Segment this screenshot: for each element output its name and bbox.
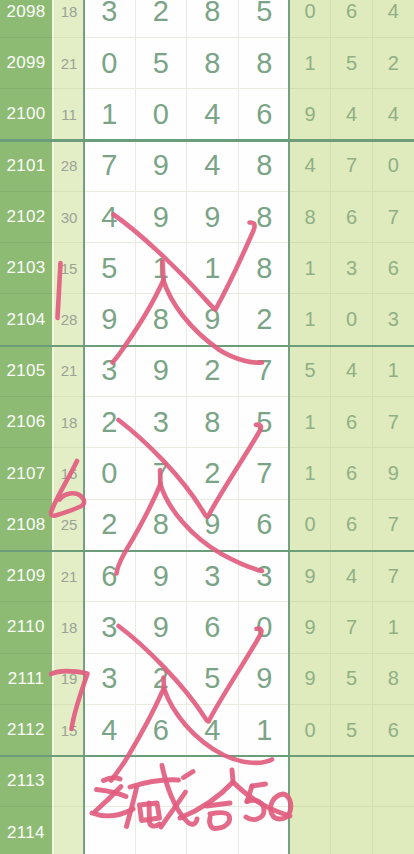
period-cell: 2107 xyxy=(0,448,52,499)
digit-cell: 0 xyxy=(84,448,136,499)
digit-cell: 8 xyxy=(187,0,239,38)
digit-cell: 7 xyxy=(239,346,291,397)
extra-cell: 7 xyxy=(373,192,414,243)
digit-cell: 8 xyxy=(136,500,188,551)
extra-cell: 5 xyxy=(331,38,372,89)
digit-cell: 6 xyxy=(187,602,239,653)
digit-cell: 9 xyxy=(84,294,136,345)
extra-cell: 9 xyxy=(290,602,331,653)
digit-cell: 9 xyxy=(187,294,239,345)
digit-cell: 2 xyxy=(136,654,188,705)
sum-cell: 21 xyxy=(52,38,84,89)
digit-cell: 6 xyxy=(84,551,136,602)
digit-cell xyxy=(84,807,136,854)
extra-cell xyxy=(331,807,372,854)
digit-cell: 2 xyxy=(136,0,188,38)
extra-cell: 0 xyxy=(290,705,331,756)
extra-cell: 9 xyxy=(290,551,331,602)
digit-cell xyxy=(187,756,239,807)
digit-cell: 6 xyxy=(136,705,188,756)
digit-cell: 1 xyxy=(187,243,239,294)
sum-cell: 30 xyxy=(52,192,84,243)
digit-cell: 5 xyxy=(239,397,291,448)
digit-cell: 4 xyxy=(187,705,239,756)
digit-cell: 5 xyxy=(84,243,136,294)
extra-cell: 7 xyxy=(331,141,372,192)
digit-cell: 9 xyxy=(136,141,188,192)
digit-cell: 6 xyxy=(239,500,291,551)
digit-cell: 5 xyxy=(187,654,239,705)
extra-cell: 7 xyxy=(373,500,414,551)
group-divider-1 xyxy=(0,139,414,141)
digit-cell: 4 xyxy=(84,192,136,243)
extra-cell: 0 xyxy=(290,500,331,551)
digit-cell: 3 xyxy=(136,397,188,448)
period-cell: 2114 xyxy=(0,807,52,854)
period-cell: 2108 xyxy=(0,500,52,551)
digit-cell: 7 xyxy=(136,448,188,499)
extra-cell: 1 xyxy=(290,243,331,294)
extra-cell: 3 xyxy=(331,243,372,294)
sum-cell: 19 xyxy=(52,654,84,705)
sum-cell: 15 xyxy=(52,705,84,756)
period-cell: 2100 xyxy=(0,89,52,140)
lottery-chart-screen[interactable]: 2098183285064209921058815221001110469442… xyxy=(0,0,414,854)
digit-cell xyxy=(84,756,136,807)
digit-cell: 8 xyxy=(239,38,291,89)
digit-cell: 4 xyxy=(187,141,239,192)
extra-cell: 4 xyxy=(331,551,372,602)
digit-cell: 3 xyxy=(84,346,136,397)
chart-grid: 2098183285064209921058815221001110469442… xyxy=(0,0,414,854)
extra-cell xyxy=(373,807,414,854)
extra-cell: 0 xyxy=(373,141,414,192)
digit-cell: 3 xyxy=(239,551,291,602)
extra-cell: 6 xyxy=(331,397,372,448)
digit-cell xyxy=(136,807,188,854)
extra-cell: 4 xyxy=(290,141,331,192)
period-cell: 2105 xyxy=(0,346,52,397)
sum-cell: 11 xyxy=(52,89,84,140)
digit-cell xyxy=(187,807,239,854)
digit-cell xyxy=(136,756,188,807)
extra-cell: 7 xyxy=(331,602,372,653)
extra-cell: 6 xyxy=(331,192,372,243)
digit-cell: 0 xyxy=(136,89,188,140)
extra-cell: 1 xyxy=(290,38,331,89)
digit-cell xyxy=(239,807,291,854)
extra-cell: 1 xyxy=(290,397,331,448)
extra-cell: 7 xyxy=(373,551,414,602)
digit-cell: 2 xyxy=(239,294,291,345)
digit-cell: 9 xyxy=(239,654,291,705)
extra-cell: 5 xyxy=(331,654,372,705)
extra-cell: 6 xyxy=(373,705,414,756)
group-divider-2 xyxy=(0,345,414,347)
main-grid-left-border xyxy=(83,0,85,854)
sum-cell xyxy=(52,756,84,807)
period-cell: 2099 xyxy=(0,38,52,89)
period-cell: 2098 xyxy=(0,0,52,38)
digit-cell: 1 xyxy=(136,243,188,294)
digit-cell: 8 xyxy=(187,38,239,89)
extra-cell xyxy=(290,756,331,807)
sum-cell: 16 xyxy=(52,448,84,499)
digit-cell: 2 xyxy=(84,500,136,551)
sum-cell: 21 xyxy=(52,346,84,397)
extra-cell xyxy=(290,807,331,854)
extra-cell: 0 xyxy=(290,0,331,38)
digit-cell: 2 xyxy=(187,448,239,499)
extra-cell: 9 xyxy=(373,448,414,499)
digit-cell: 2 xyxy=(187,346,239,397)
digit-cell: 0 xyxy=(239,602,291,653)
period-cell: 2102 xyxy=(0,192,52,243)
extra-cell: 9 xyxy=(290,89,331,140)
extra-cell: 9 xyxy=(290,654,331,705)
extra-cell: 8 xyxy=(373,654,414,705)
digit-cell: 9 xyxy=(187,192,239,243)
digit-cell: 3 xyxy=(84,654,136,705)
digit-cell: 1 xyxy=(84,89,136,140)
extra-cell: 2 xyxy=(373,38,414,89)
digit-cell: 3 xyxy=(187,551,239,602)
digit-cell: 9 xyxy=(136,602,188,653)
group-divider-4 xyxy=(0,755,414,757)
extra-cell: 6 xyxy=(373,243,414,294)
extra-cell xyxy=(373,756,414,807)
digit-cell: 8 xyxy=(239,243,291,294)
digit-cell: 3 xyxy=(84,602,136,653)
digit-cell: 9 xyxy=(136,192,188,243)
extra-cell: 1 xyxy=(290,448,331,499)
digit-cell: 4 xyxy=(84,705,136,756)
digit-cell: 8 xyxy=(136,294,188,345)
digit-cell xyxy=(239,756,291,807)
extra-cell: 4 xyxy=(331,89,372,140)
extra-cell: 6 xyxy=(331,448,372,499)
period-cell: 2104 xyxy=(0,294,52,345)
sum-cell: 28 xyxy=(52,294,84,345)
sum-cell: 15 xyxy=(52,243,84,294)
digit-cell: 8 xyxy=(187,397,239,448)
digit-cell: 2 xyxy=(84,397,136,448)
digit-cell: 9 xyxy=(136,346,188,397)
extra-cell: 3 xyxy=(373,294,414,345)
digit-cell: 9 xyxy=(136,551,188,602)
period-cell: 2112 xyxy=(0,705,52,756)
period-cell: 2111 xyxy=(0,654,52,705)
sum-cell: 18 xyxy=(52,0,84,38)
extra-cell: 1 xyxy=(373,602,414,653)
sum-cell: 18 xyxy=(52,602,84,653)
extra-cell: 5 xyxy=(290,346,331,397)
extra-cell: 7 xyxy=(373,397,414,448)
digit-cell: 3 xyxy=(84,0,136,38)
digit-cell: 8 xyxy=(239,141,291,192)
extra-cell: 0 xyxy=(331,294,372,345)
extra-cell: 4 xyxy=(331,346,372,397)
digit-cell: 0 xyxy=(84,38,136,89)
extra-cell: 4 xyxy=(373,89,414,140)
period-cell: 2103 xyxy=(0,243,52,294)
extra-cell: 5 xyxy=(331,705,372,756)
digit-cell: 4 xyxy=(187,89,239,140)
digit-cell: 6 xyxy=(239,89,291,140)
period-cell: 2109 xyxy=(0,551,52,602)
period-cell: 2106 xyxy=(0,397,52,448)
main-grid-right-border xyxy=(288,0,290,854)
digit-cell: 7 xyxy=(84,141,136,192)
digit-cell: 5 xyxy=(136,38,188,89)
digit-cell: 1 xyxy=(239,705,291,756)
sum-cell: 25 xyxy=(52,500,84,551)
extra-cell: 1 xyxy=(373,346,414,397)
extra-cell: 6 xyxy=(331,500,372,551)
sum-cell: 18 xyxy=(52,397,84,448)
period-cell: 2101 xyxy=(0,141,52,192)
sum-cell: 28 xyxy=(52,141,84,192)
period-cell: 2113 xyxy=(0,756,52,807)
extra-cell: 1 xyxy=(290,294,331,345)
digit-cell: 8 xyxy=(239,192,291,243)
digit-cell: 7 xyxy=(239,448,291,499)
period-cell: 2110 xyxy=(0,602,52,653)
extra-cell: 4 xyxy=(373,0,414,38)
extra-cell: 6 xyxy=(331,0,372,38)
extra-cell: 8 xyxy=(290,192,331,243)
group-divider-3 xyxy=(0,550,414,552)
digit-cell: 9 xyxy=(187,500,239,551)
extra-cell xyxy=(331,756,372,807)
digit-cell: 5 xyxy=(239,0,291,38)
sum-cell: 21 xyxy=(52,551,84,602)
sum-cell xyxy=(52,807,84,854)
